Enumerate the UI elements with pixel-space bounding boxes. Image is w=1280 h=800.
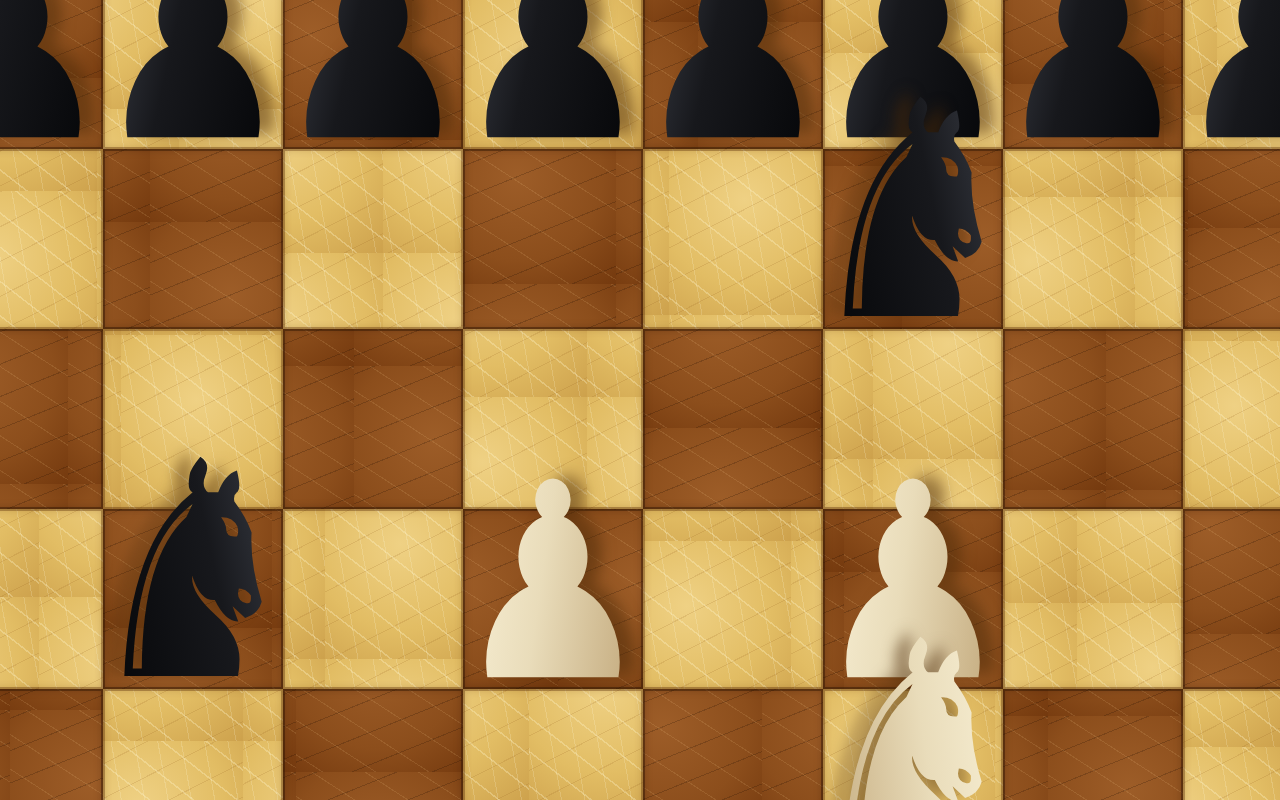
square-e4[interactable]	[643, 509, 823, 689]
square-h6[interactable]	[1183, 149, 1280, 329]
square-d7[interactable]: ♟	[463, 0, 643, 149]
square-g7[interactable]: ♟	[1003, 0, 1183, 149]
square-h4[interactable]	[1183, 509, 1280, 689]
piece-white-pawn-d4[interactable]: ♟	[453, 447, 653, 719]
square-g5[interactable]	[1003, 329, 1183, 509]
square-c4[interactable]	[283, 509, 463, 689]
square-a3[interactable]	[0, 689, 103, 800]
square-g3[interactable]	[1003, 689, 1183, 800]
piece-white-knight-f3[interactable]: ♞	[805, 603, 1020, 800]
square-h5[interactable]	[1183, 329, 1280, 509]
square-d3[interactable]	[463, 689, 643, 800]
square-e3[interactable]	[643, 689, 823, 800]
square-b6[interactable]	[103, 149, 283, 329]
square-c5[interactable]	[283, 329, 463, 509]
square-e7[interactable]: ♟	[643, 0, 823, 149]
piece-black-knight-f6[interactable]: ♞	[805, 63, 1020, 363]
piece-black-knight-b4[interactable]: ♞	[85, 423, 300, 723]
square-b7[interactable]: ♟	[103, 0, 283, 149]
chess-board: ♟♟♟♟♟♟♟♟♞♞♟♟♞	[0, 0, 1280, 800]
square-a6[interactable]	[0, 149, 103, 329]
square-d4[interactable]: ♟	[463, 509, 643, 689]
square-f6[interactable]: ♞	[823, 149, 1003, 329]
square-b4[interactable]: ♞	[103, 509, 283, 689]
square-g6[interactable]	[1003, 149, 1183, 329]
square-c7[interactable]: ♟	[283, 0, 463, 149]
square-c3[interactable]	[283, 689, 463, 800]
chess-app-screen: ♟♟♟♟♟♟♟♟♞♞♟♟♞	[0, 0, 1280, 800]
square-d6[interactable]	[463, 149, 643, 329]
square-e5[interactable]	[643, 329, 823, 509]
square-h7[interactable]: ♟	[1183, 0, 1280, 149]
square-f3[interactable]: ♞	[823, 689, 1003, 800]
square-h3[interactable]	[1183, 689, 1280, 800]
square-b3[interactable]	[103, 689, 283, 800]
square-c6[interactable]	[283, 149, 463, 329]
square-g4[interactable]	[1003, 509, 1183, 689]
square-e6[interactable]	[643, 149, 823, 329]
square-a7[interactable]: ♟	[0, 0, 103, 149]
